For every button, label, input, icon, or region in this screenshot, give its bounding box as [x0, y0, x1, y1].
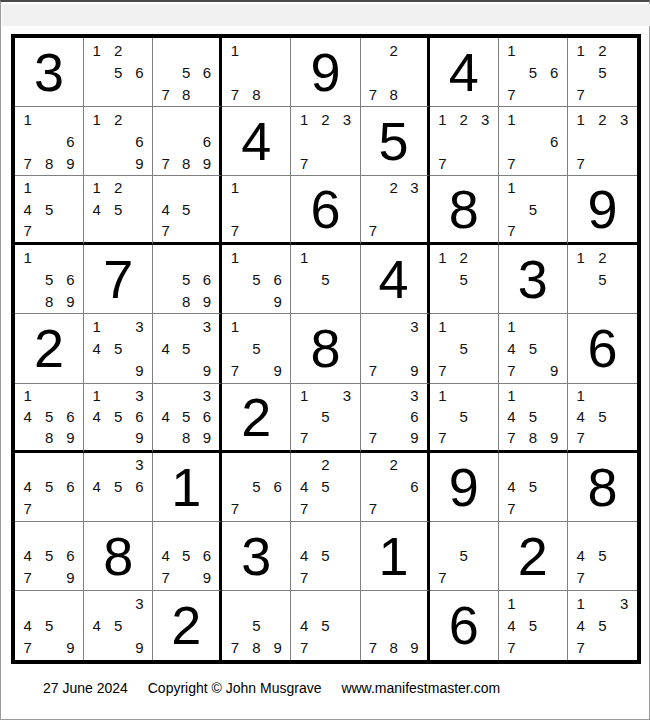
candidates-grid: 167: [501, 108, 565, 174]
candidates-grid: 5789: [224, 592, 288, 659]
cell-r5c3[interactable]: 3459: [153, 314, 222, 383]
candidate-digit: 5: [107, 337, 128, 359]
cell-r2c5[interactable]: 1237: [291, 107, 360, 176]
given-digit: 1: [171, 460, 201, 514]
cell-r5c6[interactable]: 379: [361, 314, 430, 383]
cell-r7c2[interactable]: 3456: [84, 453, 153, 522]
given-digit: 8: [587, 460, 617, 514]
cell-r8c9[interactable]: 457: [568, 522, 637, 591]
cell-r1c4[interactable]: 178: [222, 38, 291, 107]
candidate-digit: 7: [224, 637, 245, 659]
candidate-digit: 2: [107, 177, 128, 198]
cell-r4c7[interactable]: 125: [430, 245, 499, 314]
candidate-digit: 5: [176, 337, 197, 359]
candidate-digit: 3: [474, 108, 495, 130]
candidate-digit: 7: [17, 498, 38, 520]
candidate-digit: 1: [86, 385, 107, 406]
cell-r4c4[interactable]: 1569: [222, 245, 291, 314]
candidate-digit: 6: [60, 545, 81, 567]
candidate-digit: 6: [404, 406, 425, 427]
candidate-digit: 5: [522, 337, 543, 359]
candidates-grid: 5678: [155, 39, 217, 105]
candidate-digit: 5: [592, 406, 614, 427]
cell-r9c5[interactable]: 457: [291, 591, 360, 660]
cell-r6c3[interactable]: 345689: [153, 384, 222, 453]
cell-r8c6[interactable]: 1: [361, 522, 430, 591]
candidate-digit: 9: [267, 290, 288, 312]
candidate-digit: 3: [197, 315, 218, 337]
candidate-digit: 4: [86, 337, 107, 359]
cell-r4c3[interactable]: 5689: [153, 245, 222, 314]
cell-r6c7[interactable]: 157: [430, 384, 499, 453]
cell-r5c1[interactable]: 2: [15, 314, 84, 383]
candidates-grid: 3459: [86, 592, 150, 659]
cell-r9c6[interactable]: 789: [361, 591, 430, 660]
candidate-digit: 7: [17, 567, 38, 589]
cell-r2c9[interactable]: 1237: [568, 107, 637, 176]
candidates-grid: 157: [432, 385, 496, 449]
cell-r4c6[interactable]: 4: [361, 245, 430, 314]
cell-r2c4[interactable]: 4: [222, 107, 291, 176]
cell-r9c7[interactable]: 6: [430, 591, 499, 660]
cell-r4c8[interactable]: 3: [499, 245, 568, 314]
cell-r3c7[interactable]: 8: [430, 176, 499, 245]
candidate-digit: 8: [176, 152, 197, 174]
candidate-digit: 1: [293, 385, 314, 406]
candidate-digit: 5: [38, 268, 59, 290]
candidate-digit: 4: [155, 337, 176, 359]
cell-r3c4[interactable]: 17: [222, 176, 291, 245]
cell-r8c4[interactable]: 3: [222, 522, 291, 591]
candidates-grid: 3456: [86, 454, 150, 520]
page-top-strip: [2, 4, 650, 26]
candidate-digit: 7: [570, 427, 592, 448]
candidate-digit: 1: [17, 177, 38, 198]
cell-r3c8[interactable]: 157: [499, 176, 568, 245]
cell-r6c2[interactable]: 134569: [84, 384, 153, 453]
candidate-digit: 7: [363, 220, 384, 241]
candidate-digit: 1: [501, 385, 522, 406]
candidate-digit: 4: [501, 614, 522, 636]
given-digit: 9: [449, 460, 479, 514]
candidate-digit: 9: [60, 290, 81, 312]
given-digit: 3: [518, 252, 548, 306]
cell-r3c3[interactable]: 457: [153, 176, 222, 245]
candidate-digit: 7: [155, 152, 176, 174]
candidates-grid: 14579: [501, 315, 565, 381]
candidate-digit: 1: [432, 315, 453, 337]
cell-r6c8[interactable]: 145789: [499, 384, 568, 453]
candidate-digit: 2: [453, 108, 474, 130]
cell-r1c7[interactable]: 4: [430, 38, 499, 107]
cell-r4c1[interactable]: 15689: [15, 245, 84, 314]
candidate-digit: 6: [60, 130, 81, 152]
given-digit: 6: [310, 182, 340, 236]
candidate-digit: 1: [224, 315, 245, 337]
footer: 27 June 2024 Copyright © John Musgrave w…: [43, 680, 500, 696]
cell-r9c9[interactable]: 13457: [568, 591, 637, 660]
candidate-digit: 5: [315, 614, 336, 636]
given-digit: 4: [449, 45, 479, 99]
candidate-digit: 5: [522, 476, 543, 498]
candidates-grid: 145789: [501, 385, 565, 449]
candidate-digit: 4: [570, 614, 592, 636]
cell-r6c1[interactable]: 145689: [15, 384, 84, 453]
candidate-digit: 7: [501, 360, 522, 382]
candidates-grid: 457: [570, 523, 635, 589]
candidate-digit: 9: [60, 637, 81, 659]
candidate-digit: 2: [315, 108, 336, 130]
candidate-digit: 7: [363, 360, 384, 382]
footer-website: www.manifestmaster.com: [341, 680, 500, 696]
candidate-digit: 3: [129, 315, 150, 337]
candidate-digit: 6: [197, 61, 218, 83]
candidate-digit: 4: [570, 406, 592, 427]
cell-r5c4[interactable]: 1579: [222, 314, 291, 383]
candidate-digit: 7: [432, 360, 453, 382]
cell-r2c8[interactable]: 167: [499, 107, 568, 176]
candidate-digit: 1: [86, 39, 107, 61]
candidate-digit: 6: [129, 476, 150, 498]
candidates-grid: 1245: [86, 177, 150, 241]
candidate-digit: 4: [86, 406, 107, 427]
candidate-digit: 9: [60, 427, 81, 448]
candidates-grid: 457: [293, 523, 357, 589]
candidate-digit: 5: [522, 61, 543, 83]
candidate-digit: 7: [570, 152, 592, 174]
candidate-digit: 1: [501, 592, 522, 614]
candidates-grid: 1579: [224, 315, 288, 381]
candidate-digit: 1: [570, 246, 592, 268]
candidate-digit: 3: [197, 385, 218, 406]
cell-r7c8[interactable]: 457: [499, 453, 568, 522]
cell-r9c2[interactable]: 3459: [84, 591, 153, 660]
candidates-grid: 3679: [363, 385, 425, 449]
candidates-grid: 157: [432, 315, 496, 381]
given-digit: 3: [34, 45, 64, 99]
candidate-digit: 5: [176, 61, 197, 83]
candidate-digit: 4: [17, 614, 38, 636]
cell-r6c4[interactable]: 2: [222, 384, 291, 453]
cell-r2c2[interactable]: 1269: [84, 107, 153, 176]
cell-r5c9[interactable]: 6: [568, 314, 637, 383]
cell-r4c9[interactable]: 125: [568, 245, 637, 314]
candidate-digit: 1: [224, 177, 245, 198]
candidate-digit: 5: [453, 406, 474, 427]
cell-r7c9[interactable]: 8: [568, 453, 637, 522]
candidate-digit: 9: [60, 152, 81, 174]
candidates-grid: 16789: [17, 108, 81, 174]
candidates-grid: 567: [224, 454, 288, 520]
candidates-grid: 45679: [155, 523, 217, 589]
candidate-digit: 5: [176, 268, 197, 290]
candidate-digit: 5: [176, 199, 197, 220]
candidate-digit: 8: [176, 83, 197, 105]
candidate-digit: 4: [293, 614, 314, 636]
candidate-digit: 6: [129, 61, 150, 83]
candidate-digit: 2: [107, 108, 128, 130]
candidate-digit: 4: [86, 614, 107, 636]
candidate-digit: 9: [267, 360, 288, 382]
candidate-digit: 6: [544, 61, 565, 83]
footer-copyright: Copyright © John Musgrave: [148, 680, 322, 696]
candidate-digit: 5: [315, 406, 336, 427]
candidates-grid: 1569: [224, 246, 288, 312]
given-digit: 2: [518, 529, 548, 583]
candidate-digit: 1: [570, 385, 592, 406]
candidate-digit: 5: [107, 614, 128, 636]
candidate-digit: 5: [107, 61, 128, 83]
cell-r5c7[interactable]: 157: [430, 314, 499, 383]
candidate-digit: 1: [570, 108, 592, 130]
candidate-digit: 7: [501, 427, 522, 448]
cell-r7c4[interactable]: 567: [222, 453, 291, 522]
candidate-digit: 1: [17, 385, 38, 406]
cell-r8c8[interactable]: 2: [499, 522, 568, 591]
cell-r1c6[interactable]: 278: [361, 38, 430, 107]
cell-r8c2[interactable]: 8: [84, 522, 153, 591]
candidate-digit: 8: [246, 83, 267, 105]
footer-date: 27 June 2024: [43, 680, 128, 696]
candidate-digit: 7: [432, 567, 453, 589]
candidate-digit: 6: [197, 130, 218, 152]
given-digit: 7: [103, 252, 133, 306]
candidate-digit: 1: [86, 177, 107, 198]
candidate-digit: 6: [60, 406, 81, 427]
candidate-digit: 9: [404, 637, 425, 659]
candidates-grid: 2457: [293, 454, 357, 520]
candidate-digit: 5: [592, 545, 614, 567]
candidate-digit: 5: [246, 476, 267, 498]
cell-r7c3[interactable]: 1: [153, 453, 222, 522]
candidate-digit: 1: [17, 108, 38, 130]
given-digit: 4: [379, 252, 409, 306]
candidate-digit: 7: [17, 220, 38, 241]
cell-r8c3[interactable]: 45679: [153, 522, 222, 591]
candidate-digit: 7: [224, 220, 245, 241]
cell-r7c1[interactable]: 4567: [15, 453, 84, 522]
candidate-digit: 4: [293, 476, 314, 498]
candidate-digit: 9: [197, 427, 218, 448]
cell-r1c2[interactable]: 1256: [84, 38, 153, 107]
cell-r2c1[interactable]: 16789: [15, 107, 84, 176]
candidate-digit: 6: [267, 268, 288, 290]
cell-r9c8[interactable]: 1457: [499, 591, 568, 660]
cell-r4c2[interactable]: 7: [84, 245, 153, 314]
candidate-digit: 7: [293, 498, 314, 520]
cell-r9c3[interactable]: 2: [153, 591, 222, 660]
candidate-digit: 7: [363, 637, 384, 659]
candidate-digit: 9: [197, 567, 218, 589]
candidates-grid: 13457: [570, 592, 635, 659]
candidate-digit: 3: [404, 385, 425, 406]
cell-r8c7[interactable]: 57: [430, 522, 499, 591]
candidates-grid: 1237: [432, 108, 496, 174]
given-digit: 5: [379, 114, 409, 168]
cell-r3c9[interactable]: 9: [568, 176, 637, 245]
candidates-grid: 345689: [155, 385, 217, 449]
candidate-digit: 4: [17, 199, 38, 220]
cell-r5c2[interactable]: 13459: [84, 314, 153, 383]
cell-r1c1[interactable]: 3: [15, 38, 84, 107]
candidate-digit: 4: [155, 406, 176, 427]
candidate-digit: 7: [570, 83, 592, 105]
candidates-grid: 1256: [86, 39, 150, 105]
cell-r2c3[interactable]: 6789: [153, 107, 222, 176]
candidate-digit: 4: [293, 545, 314, 567]
candidates-grid: 134569: [86, 385, 150, 449]
candidate-digit: 7: [501, 83, 522, 105]
cell-r9c1[interactable]: 4579: [15, 591, 84, 660]
candidate-digit: 5: [107, 476, 128, 498]
candidate-digit: 7: [293, 567, 314, 589]
cell-r3c5[interactable]: 6: [291, 176, 360, 245]
given-digit: 8: [449, 182, 479, 236]
cell-r1c9[interactable]: 1257: [568, 38, 637, 107]
cell-r8c5[interactable]: 457: [291, 522, 360, 591]
candidates-grid: 1357: [293, 385, 357, 449]
candidates-grid: 5689: [155, 246, 217, 312]
given-digit: 6: [587, 321, 617, 375]
candidate-digit: 3: [613, 108, 635, 130]
cell-r1c3[interactable]: 5678: [153, 38, 222, 107]
candidate-digit: 5: [38, 545, 59, 567]
cell-r3c2[interactable]: 1245: [84, 176, 153, 245]
candidate-digit: 9: [404, 360, 425, 382]
candidate-digit: 4: [17, 406, 38, 427]
candidates-grid: 1457: [501, 592, 565, 659]
candidate-digit: 7: [224, 498, 245, 520]
candidate-digit: 7: [155, 220, 176, 241]
candidate-digit: 6: [197, 268, 218, 290]
candidates-grid: 6789: [155, 108, 217, 174]
candidate-digit: 7: [432, 427, 453, 448]
candidate-digit: 8: [38, 427, 59, 448]
candidates-grid: 4567: [17, 454, 81, 520]
candidates-grid: 125: [570, 246, 635, 312]
candidates-grid: 1457: [17, 177, 81, 241]
given-digit: 8: [103, 529, 133, 583]
candidates-grid: 57: [432, 523, 496, 589]
cell-r8c1[interactable]: 45679: [15, 522, 84, 591]
candidate-digit: 5: [522, 406, 543, 427]
candidates-grid: 237: [363, 177, 425, 241]
candidate-digit: 5: [522, 614, 543, 636]
candidates-grid: 278: [363, 39, 425, 105]
cell-r7c7[interactable]: 9: [430, 453, 499, 522]
candidate-digit: 7: [293, 152, 314, 174]
candidate-digit: 5: [38, 199, 59, 220]
candidates-grid: 3459: [155, 315, 217, 381]
candidate-digit: 9: [404, 427, 425, 448]
candidates-grid: 15: [293, 246, 357, 312]
candidate-digit: 6: [404, 476, 425, 498]
candidate-digit: 8: [38, 152, 59, 174]
cell-r9c4[interactable]: 5789: [222, 591, 291, 660]
candidate-digit: 3: [129, 592, 150, 614]
cell-r6c6[interactable]: 3679: [361, 384, 430, 453]
cell-r6c9[interactable]: 1457: [568, 384, 637, 453]
candidate-digit: 1: [224, 246, 245, 268]
candidate-digit: 1: [501, 108, 522, 130]
candidates-grid: 789: [363, 592, 425, 659]
cell-r2c6[interactable]: 5: [361, 107, 430, 176]
candidate-digit: 4: [501, 406, 522, 427]
cell-r1c5[interactable]: 9: [291, 38, 360, 107]
candidate-digit: 5: [453, 268, 474, 290]
candidate-digit: 6: [60, 268, 81, 290]
candidate-digit: 9: [267, 637, 288, 659]
candidate-digit: 6: [267, 476, 288, 498]
cell-r1c8[interactable]: 1567: [499, 38, 568, 107]
cell-r5c5[interactable]: 8: [291, 314, 360, 383]
candidate-digit: 5: [38, 406, 59, 427]
candidate-digit: 5: [38, 476, 59, 498]
candidate-digit: 7: [363, 498, 384, 520]
cell-r2c7[interactable]: 1237: [430, 107, 499, 176]
candidate-digit: 7: [501, 498, 522, 520]
candidates-grid: 1269: [86, 108, 150, 174]
cell-r3c6[interactable]: 237: [361, 176, 430, 245]
candidate-digit: 3: [613, 592, 635, 614]
candidate-digit: 3: [404, 315, 425, 337]
candidate-digit: 5: [246, 268, 267, 290]
candidate-digit: 7: [224, 360, 245, 382]
candidate-digit: 4: [501, 476, 522, 498]
cell-r7c6[interactable]: 267: [361, 453, 430, 522]
candidate-digit: 5: [246, 337, 267, 359]
candidates-grid: 178: [224, 39, 288, 105]
candidate-digit: 7: [293, 427, 314, 448]
candidate-digit: 1: [293, 246, 314, 268]
given-digit: 3: [241, 529, 271, 583]
candidate-digit: 5: [592, 268, 614, 290]
candidate-digit: 3: [129, 385, 150, 406]
candidate-digit: 4: [155, 545, 176, 567]
given-digit: 2: [171, 598, 201, 652]
candidate-digit: 2: [453, 246, 474, 268]
candidates-grid: 145689: [17, 385, 81, 449]
candidate-digit: 8: [246, 637, 267, 659]
candidate-digit: 5: [453, 545, 474, 567]
candidate-digit: 1: [570, 39, 592, 61]
candidate-digit: 2: [592, 39, 614, 61]
cell-r6c5[interactable]: 1357: [291, 384, 360, 453]
candidate-digit: 5: [176, 406, 197, 427]
candidate-digit: 7: [501, 220, 522, 241]
cell-r3c1[interactable]: 1457: [15, 176, 84, 245]
candidate-digit: 5: [592, 614, 614, 636]
candidate-digit: 4: [570, 545, 592, 567]
candidate-digit: 7: [570, 567, 592, 589]
cell-r7c5[interactable]: 2457: [291, 453, 360, 522]
candidate-digit: 3: [336, 385, 357, 406]
candidates-grid: 13459: [86, 315, 150, 381]
candidates-grid: 157: [501, 177, 565, 241]
candidate-digit: 1: [432, 385, 453, 406]
candidate-digit: 7: [293, 637, 314, 659]
candidate-digit: 6: [129, 130, 150, 152]
candidates-grid: 1567: [501, 39, 565, 105]
candidate-digit: 5: [315, 268, 336, 290]
cell-r5c8[interactable]: 14579: [499, 314, 568, 383]
cell-r4c5[interactable]: 15: [291, 245, 360, 314]
given-digit: 2: [34, 321, 64, 375]
candidate-digit: 8: [383, 83, 404, 105]
candidate-digit: 1: [432, 108, 453, 130]
candidate-digit: 5: [315, 545, 336, 567]
candidate-digit: 7: [363, 83, 384, 105]
